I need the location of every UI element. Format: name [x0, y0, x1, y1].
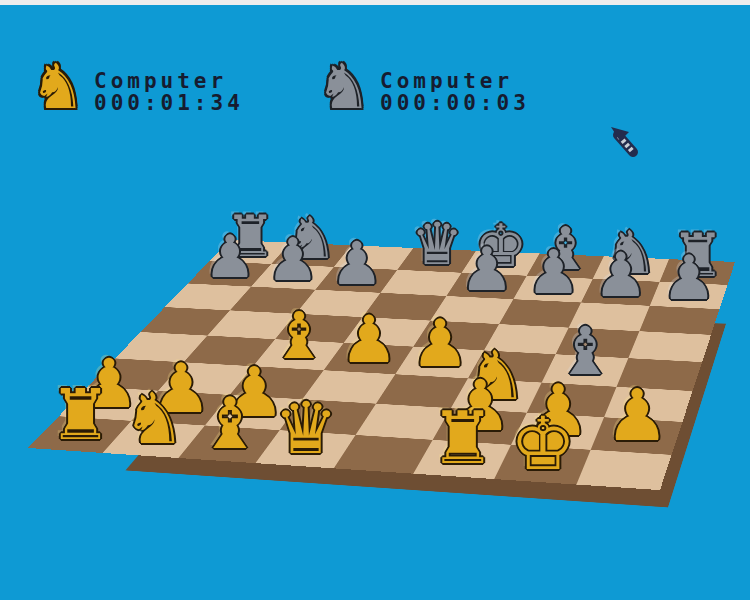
piece-black-pawn-h7[interactable]: ♟	[662, 247, 717, 308]
piece-white-queen-d1[interactable]: ♛	[274, 393, 338, 464]
gold-knight-icon: ♞	[30, 56, 86, 118]
piece-white-knight-b1[interactable]: ♞	[123, 384, 186, 454]
player-black-clock: 000:00:03	[380, 92, 600, 114]
piece-black-queen-d8[interactable]: ♛	[411, 215, 463, 273]
screen-top-strip	[0, 0, 750, 5]
player-black-name: Computer	[380, 70, 600, 92]
piece-white-bishop-c1[interactable]: ♝	[198, 389, 262, 460]
piece-black-pawn-a7[interactable]: ♟	[204, 228, 256, 286]
piece-black-pawn-e7[interactable]: ♟	[460, 239, 514, 299]
piece-black-pawn-f7[interactable]: ♟	[526, 242, 580, 302]
piece-black-pawn-g7[interactable]: ♟	[594, 245, 649, 306]
arrow-cursor	[610, 126, 642, 160]
piece-white-rook-f1[interactable]: ♜	[430, 402, 495, 475]
player-white-name: Computer	[94, 70, 314, 92]
square-h5[interactable]	[628, 331, 711, 362]
game-screen: ♞ Computer 000:01:34 ♞ Computer 000:00:0…	[0, 0, 750, 600]
piece-white-pawn-d4[interactable]: ♟	[340, 308, 398, 373]
player-white-clock: 000:01:34	[94, 92, 314, 114]
gray-knight-icon: ♞	[316, 56, 372, 118]
piece-black-pawn-b7[interactable]: ♟	[267, 231, 320, 290]
piece-black-pawn-c7[interactable]: ♟	[330, 233, 383, 292]
piece-white-pawn-h2[interactable]: ♟	[605, 380, 669, 451]
piece-white-rook-a1[interactable]: ♜	[49, 380, 112, 450]
piece-white-king-g1[interactable]: ♚	[510, 407, 576, 480]
